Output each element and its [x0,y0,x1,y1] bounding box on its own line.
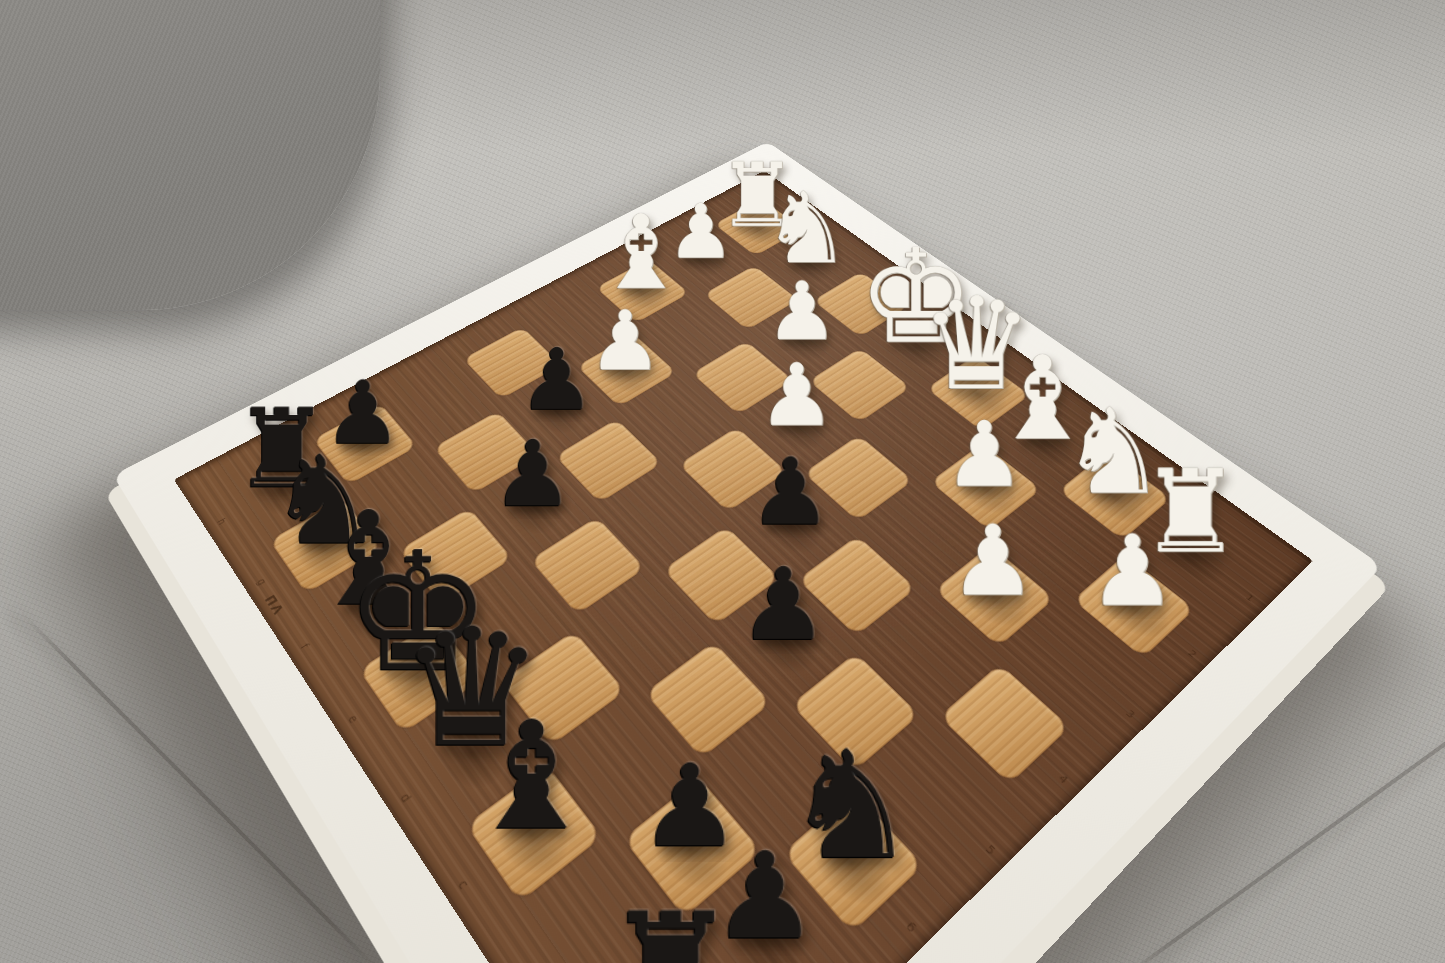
black-pawn-glyph: ♟ [492,434,574,516]
file-label: c [455,877,471,892]
rank-label: 5 [983,842,999,857]
rank-label: 2 [1186,648,1200,660]
rank-label: 3 [1124,708,1138,721]
white-pawn-glyph: ♟ [944,415,1025,496]
file-label: f [298,642,311,652]
black-pawn-glyph: ♟ [749,452,832,535]
white-pawn-glyph: ♟ [949,518,1036,605]
file-label: d [398,791,414,805]
file-label: e [346,713,361,726]
white-knight-glyph: ♞ [763,184,851,272]
white-bishop-glyph: ♝ [595,208,687,300]
rank-label: 1 [1244,592,1257,603]
white-pawn-glyph: ♟ [588,305,662,379]
black-bishop-glyph: ♝ [465,710,599,844]
black-pawn-glyph: ♟ [739,561,829,651]
square-a8[interactable]: ♜ [586,929,762,963]
file-label: g [255,576,269,587]
rank-label: 4 [1056,772,1071,786]
board-wood-field: ♜♞♝♛♚♞♜♟♟♟♟♟♟♝♟♟♟♟♞♟♟♟♟♜♝♛♚♝♞♜ ПΛ hgfedc… [174,171,1313,963]
chess-board[interactable]: ♜♞♝♛♚♞♜♟♟♟♟♟♟♝♟♟♟♟♞♟♟♟♟♜♝♛♚♝♞♜ ПΛ hgfedc… [113,142,1382,963]
white-pawn-glyph: ♟ [766,276,838,348]
black-rook-glyph: ♜ [603,900,740,963]
white-pawn-glyph: ♟ [1089,528,1177,616]
board-stage: ♜♞♝♛♚♞♜♟♟♟♟♟♟♝♟♟♟♟♞♟♟♟♟♜♝♛♚♝♞♜ ПΛ hgfedc… [277,69,1177,963]
sofa-background: ♜♞♝♛♚♞♜♟♟♟♟♟♟♝♟♟♟♟♞♟♟♟♟♜♝♛♚♝♞♜ ПΛ hgfedc… [0,0,1445,963]
board-frame: ♜♞♝♛♚♞♜♟♟♟♟♟♟♝♟♟♟♟♞♟♟♟♟♜♝♛♚♝♞♜ ПΛ hgfedc… [113,142,1382,963]
maker-logo: ПΛ [261,592,288,618]
board-grid: ♜♞♝♛♚♞♜♟♟♟♟♟♟♝♟♟♟♟♞♟♟♟♟♜♝♛♚♝♞♜ [222,195,1260,963]
file-label: h [215,517,228,527]
white-pawn-glyph: ♟ [758,358,835,435]
rank-label: 6 [903,919,919,936]
black-pawn-glyph: ♟ [519,343,595,419]
